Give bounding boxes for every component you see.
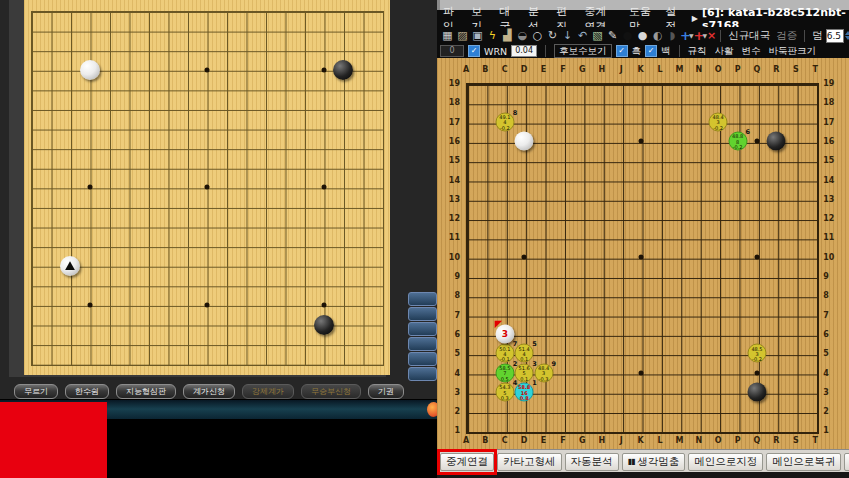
board-coordinate: 7 [823,310,841,319]
board-coordinate: F [560,436,565,445]
side-mini-button[interactable] [408,307,437,321]
candidate-rank: 9 [552,360,557,366]
board-coordinate: 3 [823,387,841,396]
board-coordinate: D [521,436,528,445]
open-folder-icon[interactable]: ▨ [455,29,470,43]
verify-button: 검증 [773,29,800,43]
star-point [204,303,209,308]
board-coordinate: 5 [442,349,460,358]
separator [720,30,721,42]
pause-icon: ▮▮ [628,457,635,466]
star-point [87,185,92,190]
black-stone [333,60,353,80]
settings-label[interactable]: 변수 [742,45,761,58]
star-point [321,303,326,308]
board-coordinate: G [579,436,586,445]
chart-icon[interactable]: ▟ [500,29,515,43]
board-coordinate: N [695,65,702,74]
red-cross-icon[interactable]: +▼ [694,29,708,43]
board-coordinate: 11 [823,233,841,242]
komi-input[interactable]: 6.5 [826,29,844,43]
white-label: 백 [661,45,671,58]
wrn-label: WRN [484,46,507,57]
side-mini-button[interactable] [408,367,437,381]
play-icon: ▶ [692,14,698,23]
white-stone-icon[interactable]: ● [635,29,650,43]
board-coordinate: O [715,436,722,445]
board-coordinate: 2 [442,407,460,416]
komi-label: 덤 [809,29,826,43]
star-point [755,370,760,375]
board-coordinate: P [735,436,741,445]
white-stone [80,60,100,80]
rotate-icon[interactable]: ↻ [545,29,560,43]
bottom-button[interactable]: ▮▮생각멈춤 [622,453,686,471]
bottom-button[interactable]: 카타고형세 [497,453,562,471]
analysis-candidate-move[interactable]: 51.440.15 [515,344,534,363]
board-coordinate: B [482,65,488,74]
blue-cross-icon[interactable]: +▼ [680,29,694,43]
board-coordinate: J [620,436,623,445]
last-move-flag-icon [494,320,502,328]
board-coordinate: 19 [442,79,460,88]
board-coordinate: 15 [823,156,841,165]
board-coordinate: S [793,436,799,445]
black-label: 흑 [632,45,642,58]
board-coordinate: 1 [442,426,460,435]
game-button[interactable]: 지능형심판 [116,384,176,399]
board-coordinate: H [598,436,605,445]
star-point [638,138,643,143]
toolbar-icons: ▦▨▣ϟ▟◒○↻↓↶▧✎●●◐◗ [440,29,680,43]
board-coordinate: 4 [823,368,841,377]
analysis-candidate-move[interactable]: 49.14-0.28 [495,112,514,131]
settings-label[interactable]: 규칙 [688,45,707,58]
graph-icon[interactable]: ▧ [590,29,605,43]
analysis-candidate-move[interactable]: 58.8160.81 [515,382,534,401]
separator [804,30,805,42]
board-coordinate: T [812,65,817,74]
star-point [87,303,92,308]
show-candidates-button[interactable]: 후보수보기 [554,44,612,58]
new-board-icon[interactable]: ▦ [440,29,455,43]
board-coordinate: P [735,65,741,74]
board-coordinate: 19 [823,79,841,88]
side-mini-button[interactable] [408,322,437,336]
side-mini-button[interactable] [408,292,437,306]
side-mini-button[interactable] [408,352,437,366]
settings-label[interactable]: 바둑판크기 [769,45,817,58]
analysis-candidate-move[interactable]: 48.53-0.2 [748,344,767,363]
board-coordinate: 18 [442,98,460,107]
board-coordinate: R [773,65,779,74]
star-point [755,254,760,259]
delete-x-icon[interactable]: × [707,29,716,43]
board-coordinate: 9 [823,272,841,281]
board-coordinate: L [657,436,662,445]
down-arrow-icon[interactable]: ↓ [560,29,575,43]
hand-icon[interactable]: ◗ [665,29,680,43]
board-coordinate: 5 [823,349,841,358]
board-coordinate: 7 [442,310,460,319]
board-coordinate: 15 [442,156,460,165]
board-coordinate: 18 [823,98,841,107]
board-coordinate: 2 [823,407,841,416]
komi-spinner[interactable] [845,31,849,40]
black-checkbox[interactable]: ✓ [616,45,628,57]
new-game-button[interactable]: 신규대국 [725,29,773,43]
board-coordinate: 10 [442,252,460,261]
board-coordinate: Q [754,436,761,445]
board-coordinate: F [560,65,565,74]
board-coordinate: 12 [442,214,460,223]
analysis-candidate-move[interactable]: 58.570.52 [495,363,514,382]
board-coordinate: 12 [823,214,841,223]
save-icon[interactable]: ▣ [470,29,485,43]
board-coordinate: S [793,65,799,74]
red-highlight-rectangle [437,449,497,475]
star-point [204,185,209,190]
board-coordinate: D [521,65,528,74]
analysis-candidate-move[interactable]: 51.650.13 [515,363,534,382]
board-coordinate: C [502,65,508,74]
game-button: 강제계가 [242,384,294,399]
board-coordinate: E [541,436,546,445]
move-number-label: 3 [502,329,508,339]
red-overlay-block [0,402,107,478]
side-mini-button[interactable] [408,337,437,351]
white-checkbox[interactable]: ✓ [645,45,657,57]
black-stone[interactable] [748,382,767,401]
board-coordinate: E [541,65,546,74]
bottom-button[interactable]: 바둑판초기화 [844,453,849,471]
analysis-go-board[interactable]: AABBCCDDEEFFGGHHJJKKLLMMNNOOPPQQRRSSTT19… [437,58,849,449]
bottom-button[interactable]: 메인으로복귀 [766,453,841,471]
separator [679,45,680,57]
game-button[interactable]: 한수쉼 [65,384,109,399]
board-coordinate: 16 [442,136,460,145]
app-screen: 무르기한수쉼지능형심판계가신청강제계가무승부신청기권 파일보기대국분석편집중계연… [0,0,849,478]
board-coordinate: H [598,65,605,74]
undo-icon[interactable]: ↶ [575,29,590,43]
candidate-rank: 1 [532,379,537,385]
circle-icon[interactable]: ○ [530,29,545,43]
star-point [321,67,326,72]
board-coordinate: 16 [823,136,841,145]
black-stone[interactable] [767,131,786,150]
board-coordinate: 11 [442,233,460,242]
board-coordinate: 14 [823,175,841,184]
board-coordinate: J [620,65,623,74]
lightning-icon[interactable]: ϟ [485,29,500,43]
star-point [204,67,209,72]
board-coordinate: G [579,65,586,74]
side-mini-buttons [408,292,437,381]
candidate-rank: 5 [532,341,537,347]
star-point [755,138,760,143]
candidate-rank: 8 [513,109,518,115]
threshold-input[interactable]: 0 [440,45,464,57]
game-action-buttons: 무르기한수쉼지능형심판계가신청강제계가무승부신청기권 [14,384,404,399]
white-stone[interactable]: 3 [495,324,514,343]
board-coordinate: K [637,65,643,74]
left-board-frame [9,0,386,377]
board-coordinate: Q [754,65,761,74]
star-point [638,370,643,375]
board-coordinate: A [463,65,469,74]
emoticon-icon [427,402,437,417]
board-coordinate: N [695,436,702,445]
options-row: 0 ✓ WRN 0.04 후보수보기 ✓ 흑 ✓ 백 규칙사활변수바둑판크기 [437,44,849,59]
board-coordinate: 17 [823,117,841,126]
wrn-value-input[interactable]: 0.04 [511,45,537,57]
board-coordinate: 14 [442,175,460,184]
analysis-candidate-move[interactable]: 48.88-0.26 [728,131,747,150]
game-client-pane: 무르기한수쉼지능형심판계가신청강제계가무승부신청기권 [0,0,437,478]
left-go-board[interactable] [24,0,390,375]
board-coordinate: M [675,436,683,445]
bottom-button[interactable]: 메인으로지정 [688,453,763,471]
separator [545,45,546,57]
half-stone-icon[interactable]: ◐ [650,29,665,43]
analysis-candidate-move[interactable]: 48.43-0.39 [534,363,553,382]
board-coordinate: 6 [442,329,460,338]
settings-labels: 규칙사활변수바둑판크기 [688,45,817,58]
white-stone [60,256,80,276]
board-coordinate: 6 [823,329,841,338]
board-coordinate: C [502,436,508,445]
board-coordinate: R [773,436,779,445]
board-coordinate: 9 [442,272,460,281]
engine-icon[interactable]: ◒ [515,29,530,43]
game-button[interactable]: 계가신청 [183,384,235,399]
board-coordinate: 3 [442,387,460,396]
last-move-triangle-marker [65,261,75,270]
board-coordinate: A [463,436,469,445]
board-coordinate: M [675,65,683,74]
candidate-rank: 6 [746,128,751,134]
board-coordinate: 13 [442,194,460,203]
toolbar: ▦▨▣ϟ▟◒○↻↓↶▧✎●●◐◗ +▼ +▼ × 신규대국 검증 덤 6.5 P… [437,27,849,44]
settings-label[interactable]: 사활 [715,45,734,58]
board-coordinate: K [637,436,643,445]
wrn-checkbox[interactable]: ✓ [468,45,480,57]
bottom-strip [437,472,849,478]
board-coordinate: 8 [442,291,460,300]
game-button: 무승부신청 [301,384,361,399]
menu-bar: 파일보기대국분석편집중계연결도움말설정 ▶ [6]: kata1-b28c512… [437,10,849,27]
board-coordinate: 10 [823,252,841,261]
game-button[interactable]: 무르기 [14,384,58,399]
white-stone[interactable] [515,131,534,150]
board-coordinate: 4 [442,368,460,377]
bottom-button-bar: 중계연결카타고형세자동분석▮▮생각멈춤메인으로지정메인으로복귀바둑판초기화지우기… [437,449,849,473]
analysis-candidate-move[interactable]: 48.43-0.2 [709,112,728,131]
bottom-button[interactable]: 자동분석 [565,453,619,471]
board-coordinate: 8 [823,291,841,300]
board-coordinate: 13 [823,194,841,203]
black-stone-icon[interactable]: ● [620,29,635,43]
analysis-candidate-move[interactable]: 54.350.34 [495,382,514,401]
analysis-candidate-move[interactable]: 50.14-0.17 [495,344,514,363]
star-point [321,185,326,190]
pencil-icon[interactable]: ✎ [605,29,620,43]
board-coordinate: L [657,65,662,74]
board-coordinate: B [482,436,488,445]
board-coordinate: O [715,65,722,74]
board-coordinate: 17 [442,117,460,126]
game-button[interactable]: 기권 [368,384,404,399]
board-coordinate: T [812,436,817,445]
board-coordinate: 1 [823,426,841,435]
star-point [638,254,643,259]
star-point [522,254,527,259]
black-stone [314,315,334,335]
analysis-pane: 파일보기대국분석편집중계연결도움말설정 ▶ [6]: kata1-b28c512… [437,0,849,478]
